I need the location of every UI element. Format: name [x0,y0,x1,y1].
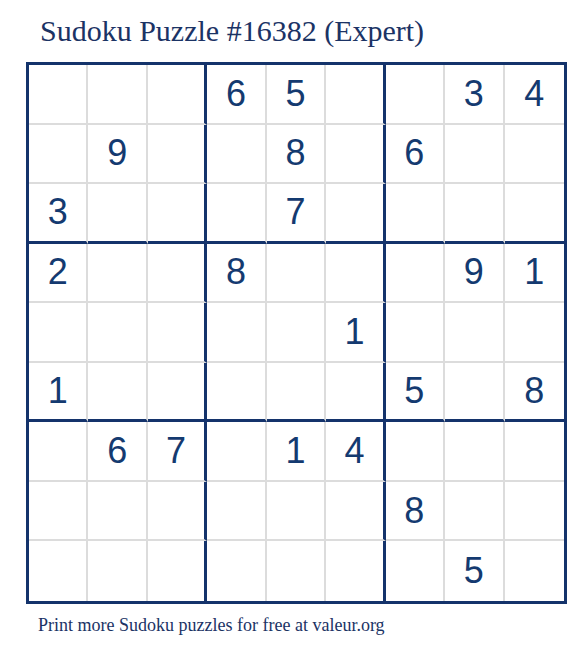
cell-r5c9[interactable] [505,303,564,363]
cell-r9c6[interactable] [326,541,385,601]
cell-r2c3[interactable] [148,125,207,185]
cell-r6c2[interactable] [88,363,147,423]
cell-r3c3[interactable] [148,184,207,244]
cell-r8c6[interactable] [326,482,385,542]
cell-r9c4[interactable] [207,541,266,601]
cell-r3c5[interactable]: 7 [267,184,326,244]
cell-r2c8[interactable] [445,125,504,185]
cell-r8c1[interactable] [29,482,88,542]
cell-r1c3[interactable] [148,65,207,125]
cell-r4c2[interactable] [88,244,147,304]
cell-r6c9[interactable]: 8 [505,363,564,423]
cell-r3c6[interactable] [326,184,385,244]
cell-r6c7[interactable]: 5 [386,363,445,423]
cell-r6c5[interactable] [267,363,326,423]
cell-r5c2[interactable] [88,303,147,363]
cell-r7c2[interactable]: 6 [88,422,147,482]
cell-r6c4[interactable] [207,363,266,423]
cell-r3c9[interactable] [505,184,564,244]
cell-r5c4[interactable] [207,303,266,363]
cell-r4c6[interactable] [326,244,385,304]
cell-r7c7[interactable] [386,422,445,482]
cell-r2c4[interactable] [207,125,266,185]
cell-r8c3[interactable] [148,482,207,542]
cell-r2c6[interactable] [326,125,385,185]
footer-text: Print more Sudoku puzzles for free at va… [38,615,385,636]
cell-r2c5[interactable]: 8 [267,125,326,185]
cell-r5c5[interactable] [267,303,326,363]
cell-r9c9[interactable] [505,541,564,601]
cell-r4c1[interactable]: 2 [29,244,88,304]
cell-r6c1[interactable]: 1 [29,363,88,423]
cell-r3c8[interactable] [445,184,504,244]
cell-r4c5[interactable] [267,244,326,304]
cell-r5c8[interactable] [445,303,504,363]
cell-r7c3[interactable]: 7 [148,422,207,482]
cell-r8c2[interactable] [88,482,147,542]
cell-r8c8[interactable] [445,482,504,542]
cell-r8c9[interactable] [505,482,564,542]
cell-r8c5[interactable] [267,482,326,542]
cell-r4c3[interactable] [148,244,207,304]
page-title: Sudoku Puzzle #16382 (Expert) [40,14,424,48]
cell-r5c1[interactable] [29,303,88,363]
cell-r7c1[interactable] [29,422,88,482]
cell-r5c3[interactable] [148,303,207,363]
cell-r4c7[interactable] [386,244,445,304]
cell-r9c8[interactable]: 5 [445,541,504,601]
cell-r9c2[interactable] [88,541,147,601]
cell-r6c3[interactable] [148,363,207,423]
cell-r2c7[interactable]: 6 [386,125,445,185]
cell-r1c9[interactable]: 4 [505,65,564,125]
cell-r7c6[interactable]: 4 [326,422,385,482]
cell-r2c1[interactable] [29,125,88,185]
cell-r3c1[interactable]: 3 [29,184,88,244]
cell-r3c2[interactable] [88,184,147,244]
cell-r1c6[interactable] [326,65,385,125]
cell-r9c1[interactable] [29,541,88,601]
cell-r6c8[interactable] [445,363,504,423]
cell-r7c8[interactable] [445,422,504,482]
cell-r4c8[interactable]: 9 [445,244,504,304]
cell-r4c9[interactable]: 1 [505,244,564,304]
cell-r9c3[interactable] [148,541,207,601]
cell-r7c4[interactable] [207,422,266,482]
cell-r1c4[interactable]: 6 [207,65,266,125]
cell-r7c5[interactable]: 1 [267,422,326,482]
cell-r2c9[interactable] [505,125,564,185]
cell-r9c5[interactable] [267,541,326,601]
cell-r8c4[interactable] [207,482,266,542]
cell-r1c7[interactable] [386,65,445,125]
cell-r8c7[interactable]: 8 [386,482,445,542]
cell-r6c6[interactable] [326,363,385,423]
cell-r9c7[interactable] [386,541,445,601]
cell-r5c6[interactable]: 1 [326,303,385,363]
cell-r1c5[interactable]: 5 [267,65,326,125]
sudoku-grid: 65349863728911158671485 [26,62,567,604]
cell-r3c7[interactable] [386,184,445,244]
cell-r1c8[interactable]: 3 [445,65,504,125]
cell-r2c2[interactable]: 9 [88,125,147,185]
cell-r7c9[interactable] [505,422,564,482]
cell-r1c2[interactable] [88,65,147,125]
sudoku-page: Sudoku Puzzle #16382 (Expert) 6534986372… [0,0,580,651]
cell-r3c4[interactable] [207,184,266,244]
cell-r4c4[interactable]: 8 [207,244,266,304]
cell-r1c1[interactable] [29,65,88,125]
cell-r5c7[interactable] [386,303,445,363]
